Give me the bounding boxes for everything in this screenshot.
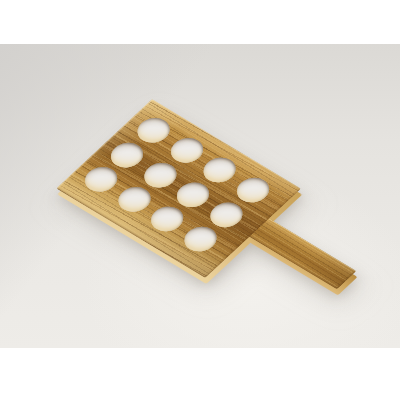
product-page: [0, 0, 400, 400]
board-photo: [0, 44, 400, 348]
